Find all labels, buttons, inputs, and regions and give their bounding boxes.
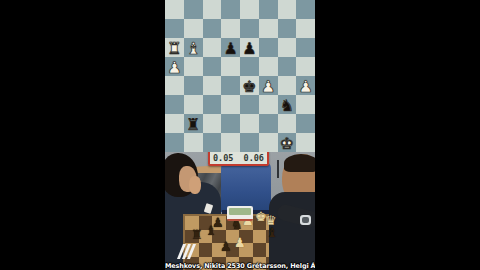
photo-square (226, 230, 240, 244)
square-d5 (221, 57, 240, 76)
square-e5 (240, 57, 259, 76)
square-b7 (184, 19, 203, 38)
channel-logo-icon (178, 244, 196, 261)
square-e8 (240, 0, 259, 19)
square-h3 (296, 95, 315, 114)
white-pawn-icon: ♟ (261, 78, 275, 94)
square-g3: ♞ (278, 95, 297, 114)
square-a1 (165, 133, 184, 152)
square-f8 (259, 0, 278, 19)
square-h2 (296, 114, 315, 133)
lanyard (277, 160, 279, 178)
square-g7 (278, 19, 297, 38)
square-f2 (259, 114, 278, 133)
square-g4 (278, 76, 297, 95)
photo-square (253, 243, 267, 257)
table-clock (227, 206, 253, 221)
photo-square (253, 230, 267, 244)
white-rook-icon: ♜ (167, 40, 181, 56)
square-e4: ♚ (240, 76, 259, 95)
square-h5 (296, 57, 315, 76)
wristwatch-face (302, 217, 309, 223)
photo-square (239, 230, 253, 244)
left-player-hand (189, 176, 201, 194)
square-d7 (221, 19, 240, 38)
black-pawn-icon: ♟ (223, 40, 237, 56)
photo-square (199, 243, 213, 257)
square-a2 (165, 114, 184, 133)
square-e1 (240, 133, 259, 152)
black-pawn-icon: ♟ (242, 40, 256, 56)
square-f5 (259, 57, 278, 76)
square-a5: ♟ (165, 57, 184, 76)
square-g1: ♚ (278, 133, 297, 152)
square-f3 (259, 95, 278, 114)
white-bishop-icon: ♝ (186, 40, 200, 56)
square-g8 (278, 0, 297, 19)
players-caption: Meshkovs, Nikita 2530 Grétarsson, Helgi … (165, 262, 315, 270)
square-c4 (203, 76, 222, 95)
square-f1 (259, 133, 278, 152)
square-d1 (221, 133, 240, 152)
white-pawn-icon: ♟ (298, 78, 312, 94)
table-clock-lcd (229, 208, 251, 215)
square-c3 (203, 95, 222, 114)
players-photo: ♜♝♟♞♟♚♛♝♟♟ 0.05 0.06 Meshkovs, Nikita 25… (165, 152, 315, 270)
square-c2 (203, 114, 222, 133)
right-player-hair (284, 154, 315, 172)
photo-square (239, 243, 253, 257)
photo-square (226, 243, 240, 257)
photo-square (253, 216, 267, 230)
square-d4 (221, 76, 240, 95)
square-b6: ♝ (184, 38, 203, 57)
photo-square (199, 230, 213, 244)
square-c5 (203, 57, 222, 76)
photo-square (185, 216, 199, 230)
diagram-board: ♜♝♟♟♟♚♟♟♞♜♚ (165, 0, 315, 152)
square-a6: ♜ (165, 38, 184, 57)
black-knight-icon: ♞ (280, 97, 294, 113)
square-c1 (203, 133, 222, 152)
square-a4 (165, 76, 184, 95)
photo-square (212, 216, 226, 230)
square-h6 (296, 38, 315, 57)
square-b2: ♜ (184, 114, 203, 133)
square-h1 (296, 133, 315, 152)
square-f6 (259, 38, 278, 57)
white-pawn-icon: ♟ (167, 59, 181, 75)
square-d2 (221, 114, 240, 133)
clock-right-time: 0.06 (244, 153, 264, 163)
square-b8 (184, 0, 203, 19)
chess-clock: 0.05 0.06 (208, 152, 269, 166)
video-frame[interactable]: ♜♝♟♟♟♚♟♟♞♜♚ (0, 0, 480, 270)
square-g6 (278, 38, 297, 57)
square-f4: ♟ (259, 76, 278, 95)
photo-square (199, 216, 213, 230)
photo-square (185, 230, 199, 244)
square-b4 (184, 76, 203, 95)
square-b5 (184, 57, 203, 76)
square-a3 (165, 95, 184, 114)
square-c7 (203, 19, 222, 38)
square-a8 (165, 0, 184, 19)
square-e6: ♟ (240, 38, 259, 57)
square-g5 (278, 57, 297, 76)
square-d8 (221, 0, 240, 19)
square-b3 (184, 95, 203, 114)
arbiter-shirt (221, 162, 271, 212)
content-strip: ♜♝♟♟♟♚♟♟♞♜♚ (165, 0, 315, 270)
square-c6 (203, 38, 222, 57)
square-h8 (296, 0, 315, 19)
square-g2 (278, 114, 297, 133)
clock-left-time: 0.05 (213, 153, 233, 163)
black-king-icon: ♚ (242, 78, 256, 94)
square-c8 (203, 0, 222, 19)
square-f7 (259, 19, 278, 38)
black-rook-icon: ♜ (186, 116, 200, 132)
square-h4: ♟ (296, 76, 315, 95)
white-king-icon: ♚ (280, 135, 294, 151)
square-b1 (184, 133, 203, 152)
photo-square (212, 230, 226, 244)
square-e3 (240, 95, 259, 114)
photo-square (212, 243, 226, 257)
wristwatch (300, 215, 311, 225)
square-d6: ♟ (221, 38, 240, 57)
square-e7 (240, 19, 259, 38)
square-e2 (240, 114, 259, 133)
square-h7 (296, 19, 315, 38)
right-player-body (269, 192, 315, 270)
square-a7 (165, 19, 184, 38)
square-d3 (221, 95, 240, 114)
